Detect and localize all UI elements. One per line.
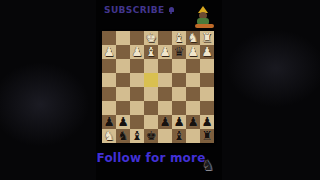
- black-king-d8: ♚: [145, 129, 156, 143]
- black-pawn-b7: ♟: [117, 115, 128, 129]
- square-a2[interactable]: ♟: [102, 45, 116, 59]
- square-a7[interactable]: ♟: [102, 115, 116, 129]
- white-king-d1: ♚: [145, 31, 156, 45]
- square-f7[interactable]: ♟: [172, 115, 186, 129]
- square-c3[interactable]: [130, 59, 144, 73]
- black-pawn-f7: ♟: [173, 115, 184, 129]
- square-g1[interactable]: ♞: [186, 31, 200, 45]
- black-knight-b8: ♞: [117, 129, 128, 143]
- square-h4[interactable]: [200, 73, 214, 87]
- square-c2[interactable]: ♟: [130, 45, 144, 59]
- white-rook-h1: ♜: [201, 31, 212, 45]
- square-c1[interactable]: [130, 31, 144, 45]
- follow-for-more-label: Follow for more: [96, 151, 206, 165]
- right-letterbox-blur: [222, 0, 320, 180]
- square-h1[interactable]: ♜: [200, 31, 214, 45]
- square-g6[interactable]: [186, 101, 200, 115]
- square-g7[interactable]: ♟: [186, 115, 200, 129]
- square-b4[interactable]: [116, 73, 130, 87]
- square-b1[interactable]: [116, 31, 130, 45]
- square-c4[interactable]: [130, 73, 144, 87]
- black-queen-f2: ♛: [173, 45, 184, 59]
- square-h8[interactable]: ♜: [200, 129, 214, 143]
- square-h6[interactable]: [200, 101, 214, 115]
- square-h7[interactable]: ♟: [200, 115, 214, 129]
- square-f4[interactable]: [172, 73, 186, 87]
- white-pawn-a2: ♟: [103, 45, 114, 59]
- black-pawn-a7: ♟: [103, 115, 114, 129]
- white-knight-g1: ♞: [187, 31, 198, 45]
- square-g8[interactable]: [186, 129, 200, 143]
- square-d8[interactable]: ♚: [144, 129, 158, 143]
- emoji-log: [195, 24, 214, 28]
- square-d3[interactable]: [144, 59, 158, 73]
- square-d2[interactable]: ♝: [144, 45, 158, 59]
- square-a1[interactable]: [102, 31, 116, 45]
- square-g4[interactable]: [186, 73, 200, 87]
- subscribe-label[interactable]: SUBSCRIBE: [104, 5, 165, 15]
- square-f3[interactable]: [172, 59, 186, 73]
- square-g2[interactable]: ♟: [186, 45, 200, 59]
- square-d5[interactable]: [144, 87, 158, 101]
- square-d4[interactable]: [144, 73, 158, 87]
- square-e1[interactable]: [158, 31, 172, 45]
- black-bishop-c8: ♝: [131, 129, 142, 143]
- square-e5[interactable]: [158, 87, 172, 101]
- square-c6[interactable]: [130, 101, 144, 115]
- square-a5[interactable]: [102, 87, 116, 101]
- left-letterbox-blur: [0, 0, 96, 180]
- square-a3[interactable]: [102, 59, 116, 73]
- square-f1[interactable]: ♝: [172, 31, 186, 45]
- square-b3[interactable]: [116, 59, 130, 73]
- chess-board: ♚♝♞♜♟♟♝♟♛♟♟♟♟♟♟♟♟♞♞♝♚♝♜: [102, 31, 214, 143]
- square-a8[interactable]: ♞: [102, 129, 116, 143]
- black-knight-icon: ♞: [200, 156, 216, 174]
- square-a4[interactable]: [102, 73, 116, 87]
- square-a6[interactable]: [102, 101, 116, 115]
- square-e8[interactable]: [158, 129, 172, 143]
- square-h3[interactable]: [200, 59, 214, 73]
- square-b8[interactable]: ♞: [116, 129, 130, 143]
- square-e7[interactable]: ♟: [158, 115, 172, 129]
- white-pawn-e2: ♟: [159, 45, 170, 59]
- square-b6[interactable]: [116, 101, 130, 115]
- white-bishop-f1: ♝: [173, 31, 184, 45]
- white-pawn-g2: ♟: [187, 45, 198, 59]
- square-d6[interactable]: [144, 101, 158, 115]
- square-b5[interactable]: [116, 87, 130, 101]
- white-bishop-d2: ♝: [145, 45, 156, 59]
- black-pawn-g7: ♟: [187, 115, 198, 129]
- square-d1[interactable]: ♚: [144, 31, 158, 45]
- black-rook-h8: ♜: [201, 129, 212, 143]
- white-pawn-h2: ♟: [201, 45, 212, 59]
- black-pawn-e7: ♟: [159, 115, 170, 129]
- square-g3[interactable]: [186, 59, 200, 73]
- gnome-character-emoji: [192, 6, 216, 29]
- square-e6[interactable]: [158, 101, 172, 115]
- square-d7[interactable]: [144, 115, 158, 129]
- square-f8[interactable]: ♝: [172, 129, 186, 143]
- white-knight-a8: ♞: [103, 129, 114, 143]
- white-pawn-c2: ♟: [131, 45, 142, 59]
- square-f2[interactable]: ♛: [172, 45, 186, 59]
- square-e4[interactable]: [158, 73, 172, 87]
- square-f6[interactable]: [172, 101, 186, 115]
- bell-icon: [168, 7, 175, 14]
- square-b2[interactable]: [116, 45, 130, 59]
- square-e3[interactable]: [158, 59, 172, 73]
- square-g5[interactable]: [186, 87, 200, 101]
- square-e2[interactable]: ♟: [158, 45, 172, 59]
- square-h2[interactable]: ♟: [200, 45, 214, 59]
- square-c7[interactable]: [130, 115, 144, 129]
- square-b7[interactable]: ♟: [116, 115, 130, 129]
- square-f5[interactable]: [172, 87, 186, 101]
- square-h5[interactable]: [200, 87, 214, 101]
- square-c5[interactable]: [130, 87, 144, 101]
- black-bishop-f8: ♝: [173, 129, 184, 143]
- black-pawn-h7: ♟: [201, 115, 212, 129]
- video-frame: SUBSCRIBE ♚♝♞♜♟♟♝♟♛♟♟♟♟♟♟♟♟♞♞♝♚♝♜ Follow…: [0, 0, 320, 180]
- square-c8[interactable]: ♝: [130, 129, 144, 143]
